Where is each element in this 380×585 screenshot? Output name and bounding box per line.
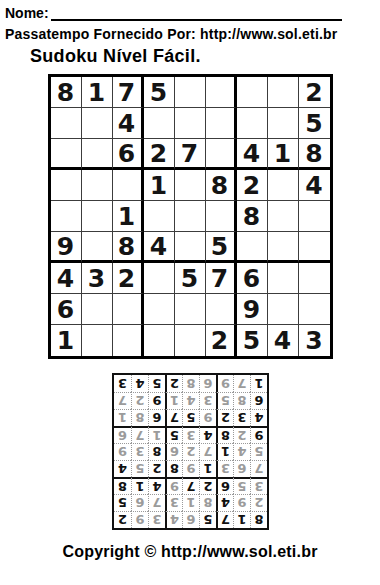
- solution-cell-r6c4: 4: [199, 426, 216, 443]
- cell-r2c5: [175, 108, 206, 139]
- solution-cell-r2c5: 1: [182, 494, 199, 511]
- cell-r5c7: 8: [237, 201, 268, 232]
- cell-r5c9: [299, 201, 330, 232]
- cell-r6c7: [237, 232, 268, 263]
- solution-cell-r4c7: 2: [148, 460, 165, 477]
- cell-r7c3: 2: [113, 263, 144, 294]
- cell-r8c7: 9: [237, 294, 268, 325]
- cell-r7c6: 7: [206, 263, 237, 294]
- solution-cell-r7c1: 4: [250, 409, 267, 426]
- solution-cell-r8c3: 5: [216, 392, 233, 409]
- solution-cell-r5c3: 1: [216, 443, 233, 460]
- solution-cell-r9c9: 3: [114, 375, 131, 392]
- cell-r7c1: 4: [51, 263, 82, 294]
- solution-cell-r4c3: 3: [216, 460, 233, 477]
- cell-r8c3: [113, 294, 144, 325]
- name-label: Nome:: [5, 5, 49, 21]
- cell-r3c7: 4: [237, 139, 268, 170]
- cell-r5c5: [175, 201, 206, 232]
- cell-r6c8: [268, 232, 299, 263]
- solution-cell-r1c2: 1: [233, 511, 250, 528]
- cell-r1c5: [175, 77, 206, 108]
- solution-cell-r6c3: 8: [216, 426, 233, 443]
- solution-cell-r9c6: 2: [165, 375, 182, 392]
- solution-cell-r2c3: 4: [216, 494, 233, 511]
- solution-cell-r7c6: 7: [165, 409, 182, 426]
- solution-cell-r5c1: 5: [250, 443, 267, 460]
- solution-cell-r3c9: 8: [114, 477, 131, 494]
- solution-cell-r7c8: 8: [131, 409, 148, 426]
- cell-r6c6: 5: [206, 232, 237, 263]
- cell-r4c7: 2: [237, 170, 268, 201]
- solution-cell-r6c1: 9: [250, 426, 267, 443]
- solution-cell-r4c8: 5: [131, 460, 148, 477]
- solution-cell-r7c5: 5: [182, 409, 199, 426]
- solution-cell-r8c8: 2: [131, 392, 148, 409]
- provider-line: Passatempo Fornecido Por: http://www.sol…: [5, 26, 375, 42]
- cell-r3c4: 2: [144, 139, 175, 170]
- cell-r8c8: [268, 294, 299, 325]
- cell-r5c6: [206, 201, 237, 232]
- solution-cell-r5c4: 7: [199, 443, 216, 460]
- solution-cell-r7c2: 3: [233, 409, 250, 426]
- puzzle-title: Sudoku Nível Fácil.: [30, 46, 375, 67]
- solution-cell-r8c5: 4: [182, 392, 199, 409]
- cell-r8c9: [299, 294, 330, 325]
- solution-cell-r6c6: 5: [165, 426, 182, 443]
- cell-r7c7: 6: [237, 263, 268, 294]
- solution-cell-r3c5: 7: [182, 477, 199, 494]
- solution-cell-r4c2: 6: [233, 460, 250, 477]
- cell-r4c5: [175, 170, 206, 201]
- cell-r2c2: [82, 108, 113, 139]
- cell-r3c9: 8: [299, 139, 330, 170]
- solution-cell-r6c9: 6: [114, 426, 131, 443]
- solution-cell-r1c6: 4: [165, 511, 182, 528]
- solution-cell-r7c4: 9: [199, 409, 216, 426]
- solution-cell-r6c2: 2: [233, 426, 250, 443]
- solution-cell-r9c1: 1: [250, 375, 267, 392]
- sudoku-grid: 817524562741818241898454325766912543: [48, 74, 333, 359]
- solution-cell-r2c6: 3: [165, 494, 182, 511]
- solution-cell-r9c4: 6: [199, 375, 216, 392]
- cell-r5c8: [268, 201, 299, 232]
- name-underline: [51, 6, 342, 21]
- solution-cell-r2c1: 2: [250, 494, 267, 511]
- cell-r9c9: 3: [299, 325, 330, 356]
- cell-r1c2: 1: [82, 77, 113, 108]
- cell-r2c7: [237, 108, 268, 139]
- solution-cell-r6c7: 1: [148, 426, 165, 443]
- solution-grid-wrapper: 8175643922948137653562794187631982545417…: [112, 373, 269, 530]
- cell-r6c4: 4: [144, 232, 175, 263]
- cell-r2c8: [268, 108, 299, 139]
- cell-r7c4: [144, 263, 175, 294]
- solution-cell-r1c4: 5: [199, 511, 216, 528]
- cell-r2c1: [51, 108, 82, 139]
- solution-cell-r4c1: 7: [250, 460, 267, 477]
- cell-r9c2: [82, 325, 113, 356]
- cell-r5c1: [51, 201, 82, 232]
- cell-r4c3: [113, 170, 144, 201]
- solution-cell-r8c6: 1: [165, 392, 182, 409]
- solution-cell-r1c5: 6: [182, 511, 199, 528]
- cell-r7c8: [268, 263, 299, 294]
- cell-r1c8: [268, 77, 299, 108]
- cell-r6c9: [299, 232, 330, 263]
- cell-r2c4: [144, 108, 175, 139]
- solution-cell-r2c9: 5: [114, 494, 131, 511]
- solution-cell-r8c9: 7: [114, 392, 131, 409]
- cell-r8c1: 6: [51, 294, 82, 325]
- solution-cell-r3c1: 3: [250, 477, 267, 494]
- solution-cell-r8c7: 9: [148, 392, 165, 409]
- cell-r9c3: [113, 325, 144, 356]
- solution-cell-r4c4: 1: [199, 460, 216, 477]
- cell-r4c6: 8: [206, 170, 237, 201]
- solution-cell-r5c5: 2: [182, 443, 199, 460]
- cell-r5c3: 1: [113, 201, 144, 232]
- cell-r4c9: 4: [299, 170, 330, 201]
- solution-cell-r9c2: 7: [233, 375, 250, 392]
- cell-r9c7: 5: [237, 325, 268, 356]
- solution-cell-r8c4: 3: [199, 392, 216, 409]
- cell-r4c2: [82, 170, 113, 201]
- cell-r8c2: [82, 294, 113, 325]
- cell-r3c2: [82, 139, 113, 170]
- solution-cell-r5c8: 3: [131, 443, 148, 460]
- cell-r2c9: 5: [299, 108, 330, 139]
- solution-cell-r4c6: 8: [165, 460, 182, 477]
- cell-r9c4: [144, 325, 175, 356]
- solution-cell-r6c8: 7: [131, 426, 148, 443]
- cell-r6c5: [175, 232, 206, 263]
- solution-grid-rotated: 8175643922948137653562794187631982545417…: [112, 373, 269, 530]
- copyright-line: Copyright © http://www.sol.eti.br: [5, 543, 375, 561]
- solution-cell-r1c3: 7: [216, 511, 233, 528]
- cell-r7c5: 5: [175, 263, 206, 294]
- cell-r7c2: 3: [82, 263, 113, 294]
- name-row: Nome:: [5, 4, 342, 21]
- cell-r4c1: [51, 170, 82, 201]
- cell-r1c9: 2: [299, 77, 330, 108]
- cell-r3c1: [51, 139, 82, 170]
- solution-cell-r5c9: 9: [114, 443, 131, 460]
- solution-cell-r3c3: 6: [216, 477, 233, 494]
- cell-r3c3: 6: [113, 139, 144, 170]
- solution-cell-r3c8: 1: [131, 477, 148, 494]
- cell-r9c6: 2: [206, 325, 237, 356]
- solution-cell-r2c8: 6: [131, 494, 148, 511]
- cell-r1c7: [237, 77, 268, 108]
- solution-cell-r4c9: 4: [114, 460, 131, 477]
- solution-cell-r1c8: 9: [131, 511, 148, 528]
- cell-r6c2: [82, 232, 113, 263]
- solution-cell-r3c2: 5: [233, 477, 250, 494]
- solution-cell-r5c7: 8: [148, 443, 165, 460]
- cell-r9c1: 1: [51, 325, 82, 356]
- cell-r9c5: [175, 325, 206, 356]
- solution-cell-r7c9: 1: [114, 409, 131, 426]
- cell-r6c3: 8: [113, 232, 144, 263]
- solution-cell-r1c7: 3: [148, 511, 165, 528]
- solution-cell-r3c6: 9: [165, 477, 182, 494]
- cell-r3c8: 1: [268, 139, 299, 170]
- solution-cell-r3c4: 2: [199, 477, 216, 494]
- solution-cell-r9c5: 8: [182, 375, 199, 392]
- cell-r4c8: [268, 170, 299, 201]
- solution-cell-r9c8: 4: [131, 375, 148, 392]
- cell-r1c1: 8: [51, 77, 82, 108]
- solution-cell-r7c3: 2: [216, 409, 233, 426]
- solution-cell-r9c7: 5: [148, 375, 165, 392]
- solution-cell-r2c4: 8: [199, 494, 216, 511]
- cell-r5c4: [144, 201, 175, 232]
- solution-cell-r3c7: 4: [148, 477, 165, 494]
- cell-r2c6: [206, 108, 237, 139]
- cell-r1c4: 5: [144, 77, 175, 108]
- cell-r8c6: [206, 294, 237, 325]
- solution-cell-r1c9: 2: [114, 511, 131, 528]
- cell-r3c6: [206, 139, 237, 170]
- worksheet-page: Nome: Passatempo Fornecido Por: http://w…: [0, 0, 380, 585]
- solution-cell-r8c1: 6: [250, 392, 267, 409]
- cell-r5c2: [82, 201, 113, 232]
- cell-r8c5: [175, 294, 206, 325]
- cell-r4c4: 1: [144, 170, 175, 201]
- cell-r2c3: 4: [113, 108, 144, 139]
- solution-cell-r1c1: 8: [250, 511, 267, 528]
- cell-r8c4: [144, 294, 175, 325]
- solution-cell-r5c6: 6: [165, 443, 182, 460]
- solution-cell-r2c7: 7: [148, 494, 165, 511]
- cell-r3c5: 7: [175, 139, 206, 170]
- cell-r1c6: [206, 77, 237, 108]
- cell-r1c3: 7: [113, 77, 144, 108]
- cell-r7c9: [299, 263, 330, 294]
- cell-r9c8: 4: [268, 325, 299, 356]
- solution-cell-r2c2: 9: [233, 494, 250, 511]
- solution-cell-r8c2: 8: [233, 392, 250, 409]
- solution-cell-r9c3: 9: [216, 375, 233, 392]
- cell-r6c1: 9: [51, 232, 82, 263]
- solution-cell-r7c7: 6: [148, 409, 165, 426]
- solution-cell-r6c5: 3: [182, 426, 199, 443]
- solution-cell-r5c2: 4: [233, 443, 250, 460]
- solution-cell-r4c5: 9: [182, 460, 199, 477]
